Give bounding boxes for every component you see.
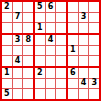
- cell-r8c6[interactable]: [56, 79, 66, 89]
- cell-r8c1[interactable]: [2, 79, 12, 89]
- cell-r7c7[interactable]: 6: [68, 68, 78, 78]
- cell-r5c6[interactable]: [56, 46, 66, 56]
- cell-r2c1[interactable]: [2, 13, 12, 23]
- cell-r4c5[interactable]: 4: [46, 35, 56, 45]
- cell-r1c2[interactable]: [13, 2, 23, 12]
- cell-r2c8[interactable]: 3: [79, 13, 89, 23]
- cell-r3c8[interactable]: [79, 23, 89, 33]
- box-r2c3: 1: [68, 35, 99, 66]
- cell-r9c1[interactable]: 5: [2, 89, 12, 99]
- cell-r6c7[interactable]: [68, 56, 78, 66]
- cell-r3c4[interactable]: 1: [35, 23, 45, 33]
- cell-r6c9[interactable]: [89, 56, 99, 66]
- cell-r9c7[interactable]: [68, 89, 78, 99]
- cell-r5c7[interactable]: 1: [68, 46, 78, 56]
- cell-r6c4[interactable]: [35, 56, 45, 66]
- cell-r7c1[interactable]: 1: [2, 68, 12, 78]
- cell-r8c3[interactable]: [23, 79, 33, 89]
- cell-r7c8[interactable]: [79, 68, 89, 78]
- cell-r3c5[interactable]: [46, 23, 56, 33]
- cell-r8c7[interactable]: [68, 79, 78, 89]
- cell-r1c9[interactable]: [89, 2, 99, 12]
- cell-r7c6[interactable]: [56, 68, 66, 78]
- cell-r6c2[interactable]: 4: [13, 56, 23, 66]
- cell-r7c2[interactable]: [13, 68, 23, 78]
- cell-r5c9[interactable]: [89, 46, 99, 56]
- cell-r8c4[interactable]: [35, 79, 45, 89]
- cell-r3c2[interactable]: [13, 23, 23, 33]
- cell-r6c6[interactable]: [56, 56, 66, 66]
- cell-r4c7[interactable]: [68, 35, 78, 45]
- cell-r8c8[interactable]: 4: [79, 79, 89, 89]
- cell-r4c2[interactable]: 3: [13, 35, 23, 45]
- sudoku-board: 27561338441152643: [0, 0, 101, 101]
- cell-r4c4[interactable]: [35, 35, 45, 45]
- cell-r3c6[interactable]: [56, 23, 66, 33]
- cell-r2c5[interactable]: [46, 13, 56, 23]
- cell-r8c5[interactable]: [46, 79, 56, 89]
- cell-r5c4[interactable]: [35, 46, 45, 56]
- cell-r5c2[interactable]: [13, 46, 23, 56]
- cell-r4c1[interactable]: [2, 35, 12, 45]
- cell-r9c5[interactable]: [46, 89, 56, 99]
- box-r1c2: 561: [35, 2, 66, 33]
- cell-r4c3[interactable]: 8: [23, 35, 33, 45]
- cell-r9c3[interactable]: [23, 89, 33, 99]
- cell-r5c3[interactable]: [23, 46, 33, 56]
- cell-r9c8[interactable]: [79, 89, 89, 99]
- cell-r9c6[interactable]: [56, 89, 66, 99]
- cell-r1c4[interactable]: 5: [35, 2, 45, 12]
- box-r3c1: 15: [2, 68, 33, 99]
- cell-r7c9[interactable]: [89, 68, 99, 78]
- cell-r1c5[interactable]: 6: [46, 2, 56, 12]
- cell-r2c9[interactable]: [89, 13, 99, 23]
- cell-r2c2[interactable]: 7: [13, 13, 23, 23]
- cell-r6c8[interactable]: [79, 56, 89, 66]
- cell-r3c7[interactable]: [68, 23, 78, 33]
- cell-r4c9[interactable]: [89, 35, 99, 45]
- box-r3c2: 2: [35, 68, 66, 99]
- cell-r7c5[interactable]: [46, 68, 56, 78]
- cell-r5c5[interactable]: [46, 46, 56, 56]
- cell-r9c9[interactable]: [89, 89, 99, 99]
- cell-r9c4[interactable]: [35, 89, 45, 99]
- cell-r8c9[interactable]: 3: [89, 79, 99, 89]
- cell-r5c1[interactable]: [2, 46, 12, 56]
- cell-r4c8[interactable]: [79, 35, 89, 45]
- cell-r9c2[interactable]: [13, 89, 23, 99]
- cell-r6c1[interactable]: [2, 56, 12, 66]
- cell-r6c3[interactable]: [23, 56, 33, 66]
- cell-r6c5[interactable]: [46, 56, 56, 66]
- cell-r1c8[interactable]: [79, 2, 89, 12]
- box-r2c1: 384: [2, 35, 33, 66]
- box-r2c2: 4: [35, 35, 66, 66]
- cell-r2c4[interactable]: [35, 13, 45, 23]
- cell-r1c3[interactable]: [23, 2, 33, 12]
- cell-r2c7[interactable]: [68, 13, 78, 23]
- box-r1c1: 27: [2, 2, 33, 33]
- cell-r2c3[interactable]: [23, 13, 33, 23]
- cell-r3c9[interactable]: [89, 23, 99, 33]
- cell-r3c1[interactable]: [2, 23, 12, 33]
- cell-r1c6[interactable]: [56, 2, 66, 12]
- box-r3c3: 643: [68, 68, 99, 99]
- cell-r2c6[interactable]: [56, 13, 66, 23]
- cell-r1c7[interactable]: [68, 2, 78, 12]
- cell-r8c2[interactable]: [13, 79, 23, 89]
- cell-r7c4[interactable]: 2: [35, 68, 45, 78]
- cell-r4c6[interactable]: [56, 35, 66, 45]
- box-r1c3: 3: [68, 2, 99, 33]
- cell-r5c8[interactable]: [79, 46, 89, 56]
- cell-r7c3[interactable]: [23, 68, 33, 78]
- cell-r1c1[interactable]: 2: [2, 2, 12, 12]
- cell-r3c3[interactable]: [23, 23, 33, 33]
